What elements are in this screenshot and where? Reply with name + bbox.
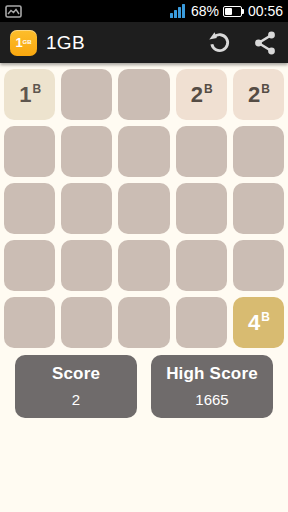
empty-cell-r2c1 (4, 126, 55, 177)
tile-1B-r1c1: 1B (4, 69, 55, 120)
empty-cell-r4c3 (118, 240, 169, 291)
tile-2B-r1c4: 2B (176, 69, 227, 120)
empty-cell-r5c3 (118, 297, 169, 348)
high-score-label: High Score (151, 364, 273, 384)
app-bar: 1GB 1GB (0, 22, 288, 63)
score-value: 2 (15, 391, 137, 408)
empty-cell-r1c3 (118, 69, 169, 120)
signal-bars-icon (170, 4, 185, 18)
restart-icon (206, 29, 233, 56)
empty-cell-r3c4 (176, 183, 227, 234)
app-logo-value: 1 (15, 36, 22, 49)
tile-2B-r1c5: 2B (233, 69, 284, 120)
empty-cell-r3c2 (61, 183, 112, 234)
status-bar[interactable]: 68% 00:56 (0, 0, 288, 22)
empty-cell-r5c4 (176, 297, 227, 348)
high-score-box: High Score 1665 (151, 355, 273, 418)
empty-cell-r4c1 (4, 240, 55, 291)
empty-cell-r3c5 (233, 183, 284, 234)
empty-cell-r3c3 (118, 183, 169, 234)
empty-cell-r4c4 (176, 240, 227, 291)
high-score-value: 1665 (151, 391, 273, 408)
clock: 00:56 (248, 0, 283, 22)
tile-4B-r5c5: 4B (233, 297, 284, 348)
battery-icon (223, 6, 244, 17)
image-notification-icon (5, 5, 22, 18)
game-board[interactable]: 1B2B2B4B (0, 63, 288, 348)
battery-percent: 68% (191, 0, 219, 22)
share-icon (253, 30, 277, 56)
empty-cell-r1c2 (61, 69, 112, 120)
app-title: 1GB (46, 32, 188, 54)
empty-cell-r3c1 (4, 183, 55, 234)
empty-cell-r4c2 (61, 240, 112, 291)
empty-cell-r2c2 (61, 126, 112, 177)
share-button[interactable] (250, 28, 280, 58)
score-box: Score 2 (15, 355, 137, 418)
empty-cell-r5c2 (61, 297, 112, 348)
app-logo-icon: 1GB (10, 30, 37, 56)
app-logo-suffix: GB (23, 39, 32, 45)
empty-cell-r2c5 (233, 126, 284, 177)
empty-cell-r5c1 (4, 297, 55, 348)
empty-cell-r2c3 (118, 126, 169, 177)
empty-cell-r2c4 (176, 126, 227, 177)
empty-cell-r4c5 (233, 240, 284, 291)
restart-button[interactable] (204, 28, 234, 58)
score-label: Score (15, 364, 137, 384)
score-panel: Score 2 High Score 1665 (0, 348, 288, 418)
